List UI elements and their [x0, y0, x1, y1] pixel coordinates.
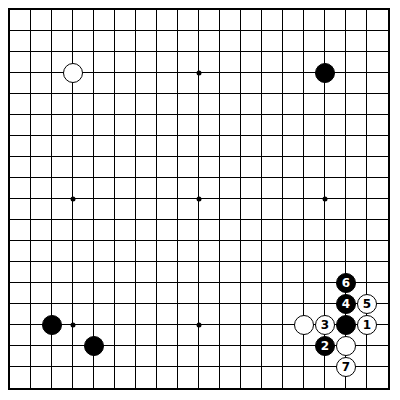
grid-cell — [115, 157, 136, 178]
stone-black — [84, 336, 104, 356]
grid-cell — [367, 262, 388, 283]
go-board: 1234567 — [0, 0, 400, 400]
star-point — [197, 71, 202, 76]
grid-cell — [94, 367, 115, 388]
grid-cell — [283, 220, 304, 241]
grid-cell — [178, 178, 199, 199]
grid-cell — [283, 178, 304, 199]
grid-cell — [325, 157, 346, 178]
grid-cell — [262, 304, 283, 325]
grid-cell — [10, 304, 31, 325]
grid-cell — [31, 262, 52, 283]
grid-cell — [31, 283, 52, 304]
grid-cell — [367, 115, 388, 136]
star-point — [71, 323, 76, 328]
grid-cell — [220, 283, 241, 304]
grid-cell — [157, 199, 178, 220]
grid-cell — [136, 115, 157, 136]
grid-cell — [262, 220, 283, 241]
grid-cell — [10, 31, 31, 52]
grid-cell — [115, 94, 136, 115]
star-point — [323, 197, 328, 202]
grid-cell — [94, 178, 115, 199]
grid-cell — [283, 10, 304, 31]
grid-cell — [157, 220, 178, 241]
grid-cell — [241, 367, 262, 388]
grid-cell — [136, 178, 157, 199]
grid-cell — [241, 220, 262, 241]
grid-cell — [31, 52, 52, 73]
grid-cell — [220, 178, 241, 199]
grid-cell — [136, 31, 157, 52]
grid-cell — [10, 241, 31, 262]
grid-cell — [10, 178, 31, 199]
grid-cell — [94, 115, 115, 136]
grid-cell — [157, 367, 178, 388]
stone-white-move-5: 5 — [357, 294, 377, 314]
grid-cell — [115, 220, 136, 241]
grid-cell — [325, 220, 346, 241]
stone-black-move-2: 2 — [315, 336, 335, 356]
grid-cell — [115, 31, 136, 52]
grid-cell — [241, 283, 262, 304]
grid-cell — [178, 304, 199, 325]
grid-cell — [73, 31, 94, 52]
grid-cell — [367, 73, 388, 94]
grid-cell — [157, 31, 178, 52]
grid-cell — [10, 367, 31, 388]
grid-cell — [367, 94, 388, 115]
grid-cell — [52, 283, 73, 304]
grid-cell — [325, 136, 346, 157]
grid-cell — [199, 367, 220, 388]
grid-cell — [262, 73, 283, 94]
grid-cell — [304, 115, 325, 136]
grid-cell — [283, 31, 304, 52]
grid-cell — [262, 199, 283, 220]
grid-cell — [241, 31, 262, 52]
grid-cell — [52, 136, 73, 157]
grid-cell — [157, 10, 178, 31]
grid-cell — [31, 199, 52, 220]
grid-cell — [94, 52, 115, 73]
grid-cell — [241, 52, 262, 73]
grid-cell — [157, 115, 178, 136]
grid-cell — [136, 136, 157, 157]
grid-cell — [199, 304, 220, 325]
grid-cell — [262, 241, 283, 262]
grid-cell — [367, 241, 388, 262]
grid-cell — [52, 241, 73, 262]
grid-cell — [136, 94, 157, 115]
grid-cell — [10, 199, 31, 220]
star-point — [197, 323, 202, 328]
grid-cell — [367, 136, 388, 157]
grid-cell — [10, 52, 31, 73]
grid-cell — [10, 157, 31, 178]
grid-cell — [304, 262, 325, 283]
grid-cell — [10, 115, 31, 136]
grid-cell — [199, 94, 220, 115]
grid-cell — [304, 199, 325, 220]
grid-cell — [220, 325, 241, 346]
grid-cell — [220, 199, 241, 220]
grid-cell — [136, 241, 157, 262]
grid-cell — [73, 262, 94, 283]
grid-cell — [94, 241, 115, 262]
grid-cell — [52, 31, 73, 52]
grid-cell — [157, 346, 178, 367]
grid-cell — [283, 241, 304, 262]
grid-cell — [178, 10, 199, 31]
grid-cell — [52, 115, 73, 136]
grid-cell — [346, 10, 367, 31]
grid-cell — [325, 94, 346, 115]
grid-cell — [31, 136, 52, 157]
grid-cell — [73, 304, 94, 325]
grid-cell — [283, 94, 304, 115]
grid-cell — [325, 178, 346, 199]
grid-cell — [52, 94, 73, 115]
grid-cell — [283, 367, 304, 388]
grid-cell — [157, 283, 178, 304]
grid-cell — [52, 220, 73, 241]
grid-cell — [31, 220, 52, 241]
grid-cell — [283, 52, 304, 73]
stone-black-move-6: 6 — [336, 273, 356, 293]
grid-cell — [178, 94, 199, 115]
grid-cell — [10, 262, 31, 283]
grid-cell — [136, 52, 157, 73]
grid-cell — [115, 115, 136, 136]
grid-cell — [199, 31, 220, 52]
grid-cell — [94, 199, 115, 220]
grid-cell — [31, 241, 52, 262]
grid-cell — [262, 367, 283, 388]
grid-cell — [241, 178, 262, 199]
grid-cell — [52, 262, 73, 283]
grid-cell — [199, 199, 220, 220]
grid-cell — [136, 262, 157, 283]
grid-cell — [199, 178, 220, 199]
grid-cell — [241, 325, 262, 346]
grid-cell — [115, 199, 136, 220]
grid-cell — [199, 10, 220, 31]
grid-cell — [283, 157, 304, 178]
grid-cell — [220, 220, 241, 241]
grid-cell — [241, 94, 262, 115]
grid-cell — [283, 199, 304, 220]
grid-cell — [73, 199, 94, 220]
grid-cell — [136, 304, 157, 325]
grid-cell — [220, 31, 241, 52]
grid-cell — [178, 241, 199, 262]
grid-cell — [157, 136, 178, 157]
stone-white-move-7: 7 — [336, 357, 356, 377]
grid-cell — [346, 136, 367, 157]
grid-cell — [241, 199, 262, 220]
grid-cell — [283, 115, 304, 136]
grid-cell — [115, 283, 136, 304]
grid-cell — [241, 10, 262, 31]
grid-cell — [220, 304, 241, 325]
grid-cell — [31, 10, 52, 31]
grid-cell — [283, 262, 304, 283]
grid-cell — [157, 157, 178, 178]
grid-cell — [220, 346, 241, 367]
grid-cell — [262, 346, 283, 367]
grid-cell — [115, 262, 136, 283]
grid-cell — [178, 52, 199, 73]
grid-cell — [115, 10, 136, 31]
grid-cell — [304, 178, 325, 199]
grid-cell — [157, 325, 178, 346]
grid-cell — [262, 94, 283, 115]
grid-cell — [136, 367, 157, 388]
grid-cell — [199, 241, 220, 262]
grid-cell — [178, 220, 199, 241]
grid-cell — [10, 346, 31, 367]
grid-cell — [325, 31, 346, 52]
grid-cell — [115, 52, 136, 73]
grid-cell — [199, 73, 220, 94]
stone-white-move-1: 1 — [357, 315, 377, 335]
grid-cell — [136, 157, 157, 178]
grid-cell — [73, 241, 94, 262]
grid-cell — [52, 199, 73, 220]
stone-black-move-4: 4 — [336, 294, 356, 314]
grid-cell — [10, 325, 31, 346]
grid-cell — [31, 346, 52, 367]
stone-white — [294, 315, 314, 335]
grid-cell — [52, 367, 73, 388]
grid-cell — [10, 220, 31, 241]
grid-cell — [178, 73, 199, 94]
grid-cell — [346, 115, 367, 136]
grid-cell — [178, 157, 199, 178]
grid-cell — [304, 136, 325, 157]
grid-cell — [10, 94, 31, 115]
grid-cell — [346, 178, 367, 199]
grid-cell — [367, 220, 388, 241]
grid-cell — [367, 199, 388, 220]
grid-cell — [178, 367, 199, 388]
grid-cell — [136, 325, 157, 346]
grid-cell — [367, 31, 388, 52]
grid-cell — [220, 241, 241, 262]
grid-cell — [199, 115, 220, 136]
grid-cell — [73, 10, 94, 31]
grid-cell — [367, 157, 388, 178]
grid-cell — [178, 346, 199, 367]
stone-black — [42, 315, 62, 335]
grid-cell — [241, 304, 262, 325]
grid-cell — [178, 136, 199, 157]
grid-cell — [31, 94, 52, 115]
grid-cell — [262, 262, 283, 283]
grid-cell — [52, 157, 73, 178]
grid-cell — [199, 220, 220, 241]
grid-cell — [199, 136, 220, 157]
grid-cell — [367, 346, 388, 367]
grid-cell — [115, 136, 136, 157]
stone-black — [336, 315, 356, 335]
grid-cell — [220, 115, 241, 136]
grid-cell — [94, 10, 115, 31]
grid-cell — [199, 283, 220, 304]
grid-cell — [31, 367, 52, 388]
grid-cell — [199, 325, 220, 346]
grid-cell — [31, 178, 52, 199]
grid-cell — [31, 115, 52, 136]
grid-cell — [367, 178, 388, 199]
grid-cell — [136, 73, 157, 94]
grid-cell — [304, 283, 325, 304]
grid-cell — [115, 73, 136, 94]
grid-cell — [73, 115, 94, 136]
grid-cell — [283, 136, 304, 157]
stone-black — [315, 63, 335, 83]
grid-cell — [262, 325, 283, 346]
grid-cell — [262, 31, 283, 52]
grid-cell — [157, 304, 178, 325]
grid-cell — [367, 367, 388, 388]
grid-cell — [94, 73, 115, 94]
grid-cell — [346, 52, 367, 73]
grid-cell — [94, 136, 115, 157]
grid-cell — [220, 73, 241, 94]
grid-cell — [115, 325, 136, 346]
stone-white — [336, 336, 356, 356]
stone-white — [63, 63, 83, 83]
grid-cell — [157, 94, 178, 115]
grid-cell — [346, 199, 367, 220]
grid-cell — [178, 31, 199, 52]
grid-cell — [346, 220, 367, 241]
grid-cell — [136, 283, 157, 304]
grid-cell — [241, 136, 262, 157]
grid-cell — [304, 367, 325, 388]
grid-cell — [31, 73, 52, 94]
grid-cell — [73, 157, 94, 178]
grid-cell — [178, 262, 199, 283]
grid-cell — [262, 283, 283, 304]
grid-cell — [241, 115, 262, 136]
grid-cell — [304, 220, 325, 241]
grid-cell — [262, 157, 283, 178]
grid-cell — [304, 157, 325, 178]
grid-cell — [220, 262, 241, 283]
grid-cell — [73, 136, 94, 157]
grid-cell — [115, 346, 136, 367]
grid-cell — [157, 52, 178, 73]
grid-cell — [346, 73, 367, 94]
grid-cell — [283, 73, 304, 94]
grid-cell — [241, 346, 262, 367]
grid-cell — [178, 283, 199, 304]
grid-cell — [157, 73, 178, 94]
grid-cell — [262, 136, 283, 157]
grid-cell — [94, 304, 115, 325]
grid-cell — [199, 157, 220, 178]
grid-cell — [136, 346, 157, 367]
grid-cell — [220, 94, 241, 115]
grid-cell — [10, 283, 31, 304]
grid-cell — [283, 346, 304, 367]
grid-cell — [94, 220, 115, 241]
grid-cell — [157, 262, 178, 283]
grid-cell — [10, 136, 31, 157]
grid-cell — [325, 199, 346, 220]
grid-cell — [241, 241, 262, 262]
grid-cell — [115, 178, 136, 199]
grid-cell — [241, 262, 262, 283]
grid-cell — [94, 283, 115, 304]
grid-cell — [304, 31, 325, 52]
grid-cell — [136, 220, 157, 241]
grid-cell — [178, 199, 199, 220]
grid-cell — [199, 262, 220, 283]
grid-cell — [220, 157, 241, 178]
grid-cell — [346, 157, 367, 178]
grid-cell — [241, 73, 262, 94]
grid-cell — [10, 73, 31, 94]
grid-cell — [115, 241, 136, 262]
grid-cell — [325, 241, 346, 262]
grid-cell — [304, 94, 325, 115]
grid-cell — [52, 346, 73, 367]
grid-cell — [220, 52, 241, 73]
grid-cell — [220, 10, 241, 31]
grid-cell — [73, 178, 94, 199]
grid-cell — [52, 178, 73, 199]
grid-cell — [262, 115, 283, 136]
grid-cell — [73, 94, 94, 115]
grid-cell — [346, 31, 367, 52]
grid-cell — [115, 304, 136, 325]
grid-cell — [157, 241, 178, 262]
stone-white-move-3: 3 — [315, 315, 335, 335]
grid-cell — [94, 157, 115, 178]
grid-cell — [283, 283, 304, 304]
grid-cell — [10, 10, 31, 31]
grid-cell — [157, 178, 178, 199]
grid-cell — [304, 241, 325, 262]
grid-cell — [94, 262, 115, 283]
go-diagram: 1234567 — [0, 0, 400, 400]
grid-cell — [73, 220, 94, 241]
grid-cell — [367, 10, 388, 31]
grid-cell — [136, 199, 157, 220]
star-point — [197, 197, 202, 202]
grid-cell — [220, 136, 241, 157]
grid-cell — [325, 115, 346, 136]
grid-cell — [94, 31, 115, 52]
grid-cell — [94, 94, 115, 115]
grid-cell — [304, 10, 325, 31]
grid-cell — [199, 346, 220, 367]
grid-cell — [262, 52, 283, 73]
grid-cell — [262, 178, 283, 199]
grid-cell — [346, 241, 367, 262]
grid-cell — [136, 10, 157, 31]
grid-cell — [73, 367, 94, 388]
grid-cell — [31, 157, 52, 178]
grid-cell — [220, 367, 241, 388]
grid-cell — [262, 10, 283, 31]
grid-cell — [367, 52, 388, 73]
grid-cell — [73, 283, 94, 304]
